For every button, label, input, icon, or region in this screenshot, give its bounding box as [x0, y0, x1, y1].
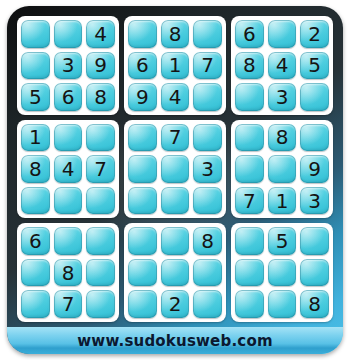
box-r2c3: 89713 — [231, 120, 333, 219]
cell-r6c6[interactable] — [193, 187, 222, 215]
cell-r4c3[interactable] — [86, 124, 115, 152]
cell-r7c2[interactable] — [54, 227, 83, 255]
cell-r9c4[interactable] — [128, 290, 157, 318]
cell-r1c5[interactable]: 8 — [161, 20, 190, 48]
cell-r1c9[interactable]: 2 — [300, 20, 329, 48]
cell-r8c1[interactable] — [21, 259, 50, 287]
cell-r4c8[interactable]: 8 — [268, 124, 297, 152]
cell-r9c7[interactable] — [235, 290, 264, 318]
cell-r2c4[interactable]: 6 — [128, 52, 157, 80]
cell-r5c5[interactable] — [161, 155, 190, 183]
cell-r1c4[interactable] — [128, 20, 157, 48]
cell-r1c8[interactable] — [268, 20, 297, 48]
cell-r6c7[interactable]: 7 — [235, 187, 264, 215]
cell-r5c7[interactable] — [235, 155, 264, 183]
cell-r2c6[interactable]: 7 — [193, 52, 222, 80]
cell-r4c4[interactable] — [128, 124, 157, 152]
cell-r4c2[interactable] — [54, 124, 83, 152]
cell-r4c9[interactable] — [300, 124, 329, 152]
cell-r2c3[interactable]: 9 — [86, 52, 115, 80]
cell-r8c9[interactable] — [300, 259, 329, 287]
cell-r9c9[interactable]: 8 — [300, 290, 329, 318]
cell-r9c1[interactable] — [21, 290, 50, 318]
cell-r7c8[interactable]: 5 — [268, 227, 297, 255]
cell-r8c7[interactable] — [235, 259, 264, 287]
cell-r9c3[interactable] — [86, 290, 115, 318]
cell-r2c2[interactable]: 3 — [54, 52, 83, 80]
box-r1c1: 439568 — [17, 16, 119, 115]
cell-r1c6[interactable] — [193, 20, 222, 48]
cell-r6c9[interactable]: 3 — [300, 187, 329, 215]
cell-r2c7[interactable]: 8 — [235, 52, 264, 80]
cell-r4c1[interactable]: 1 — [21, 124, 50, 152]
cell-r1c1[interactable] — [21, 20, 50, 48]
cell-r3c3[interactable]: 8 — [86, 83, 115, 111]
cell-r6c2[interactable] — [54, 187, 83, 215]
cell-r7c7[interactable] — [235, 227, 264, 255]
cell-r1c7[interactable]: 6 — [235, 20, 264, 48]
box-r2c1: 1847 — [17, 120, 119, 219]
cell-r2c1[interactable] — [21, 52, 50, 80]
cell-r6c5[interactable] — [161, 187, 190, 215]
sudoku-grid: 439568861794628453184773897136878258 — [7, 6, 343, 327]
cell-r5c9[interactable]: 9 — [300, 155, 329, 183]
cell-r3c4[interactable]: 9 — [128, 83, 157, 111]
cell-r5c8[interactable] — [268, 155, 297, 183]
cell-r4c7[interactable] — [235, 124, 264, 152]
cell-r6c4[interactable] — [128, 187, 157, 215]
website-url[interactable]: www.sudokusweb.com — [77, 332, 272, 350]
cell-r9c6[interactable] — [193, 290, 222, 318]
cell-r7c4[interactable] — [128, 227, 157, 255]
cell-r7c3[interactable] — [86, 227, 115, 255]
cell-r4c5[interactable]: 7 — [161, 124, 190, 152]
cell-r7c9[interactable] — [300, 227, 329, 255]
cell-r9c8[interactable] — [268, 290, 297, 318]
cell-r7c6[interactable]: 8 — [193, 227, 222, 255]
cell-r2c5[interactable]: 1 — [161, 52, 190, 80]
cell-r5c4[interactable] — [128, 155, 157, 183]
box-r2c2: 73 — [124, 120, 226, 219]
box-r1c2: 861794 — [124, 16, 226, 115]
box-r3c1: 687 — [17, 223, 119, 322]
cell-r7c5[interactable] — [161, 227, 190, 255]
cell-r3c8[interactable]: 3 — [268, 83, 297, 111]
cell-r3c9[interactable] — [300, 83, 329, 111]
cell-r5c6[interactable]: 3 — [193, 155, 222, 183]
cell-r8c5[interactable] — [161, 259, 190, 287]
cell-r5c2[interactable]: 4 — [54, 155, 83, 183]
cell-r8c4[interactable] — [128, 259, 157, 287]
box-r1c3: 628453 — [231, 16, 333, 115]
cell-r5c1[interactable]: 8 — [21, 155, 50, 183]
cell-r3c1[interactable]: 5 — [21, 83, 50, 111]
website-banner: www.sudokusweb.com — [7, 327, 343, 354]
cell-r6c1[interactable] — [21, 187, 50, 215]
cell-r6c3[interactable] — [86, 187, 115, 215]
cell-r3c6[interactable] — [193, 83, 222, 111]
cell-r5c3[interactable]: 7 — [86, 155, 115, 183]
cell-r9c2[interactable]: 7 — [54, 290, 83, 318]
cell-r1c2[interactable] — [54, 20, 83, 48]
cell-r6c8[interactable]: 1 — [268, 187, 297, 215]
cell-r1c3[interactable]: 4 — [86, 20, 115, 48]
cell-r7c1[interactable]: 6 — [21, 227, 50, 255]
cell-r2c8[interactable]: 4 — [268, 52, 297, 80]
cell-r4c6[interactable] — [193, 124, 222, 152]
cell-r8c6[interactable] — [193, 259, 222, 287]
box-r3c3: 58 — [231, 223, 333, 322]
cell-r3c7[interactable] — [235, 83, 264, 111]
cell-r2c9[interactable]: 5 — [300, 52, 329, 80]
cell-r8c2[interactable]: 8 — [54, 259, 83, 287]
cell-r9c5[interactable]: 2 — [161, 290, 190, 318]
cell-r8c8[interactable] — [268, 259, 297, 287]
cell-r8c3[interactable] — [86, 259, 115, 287]
cell-r3c2[interactable]: 6 — [54, 83, 83, 111]
sudoku-board: 439568861794628453184773897136878258 www… — [7, 6, 343, 354]
box-r3c2: 82 — [124, 223, 226, 322]
cell-r3c5[interactable]: 4 — [161, 83, 190, 111]
